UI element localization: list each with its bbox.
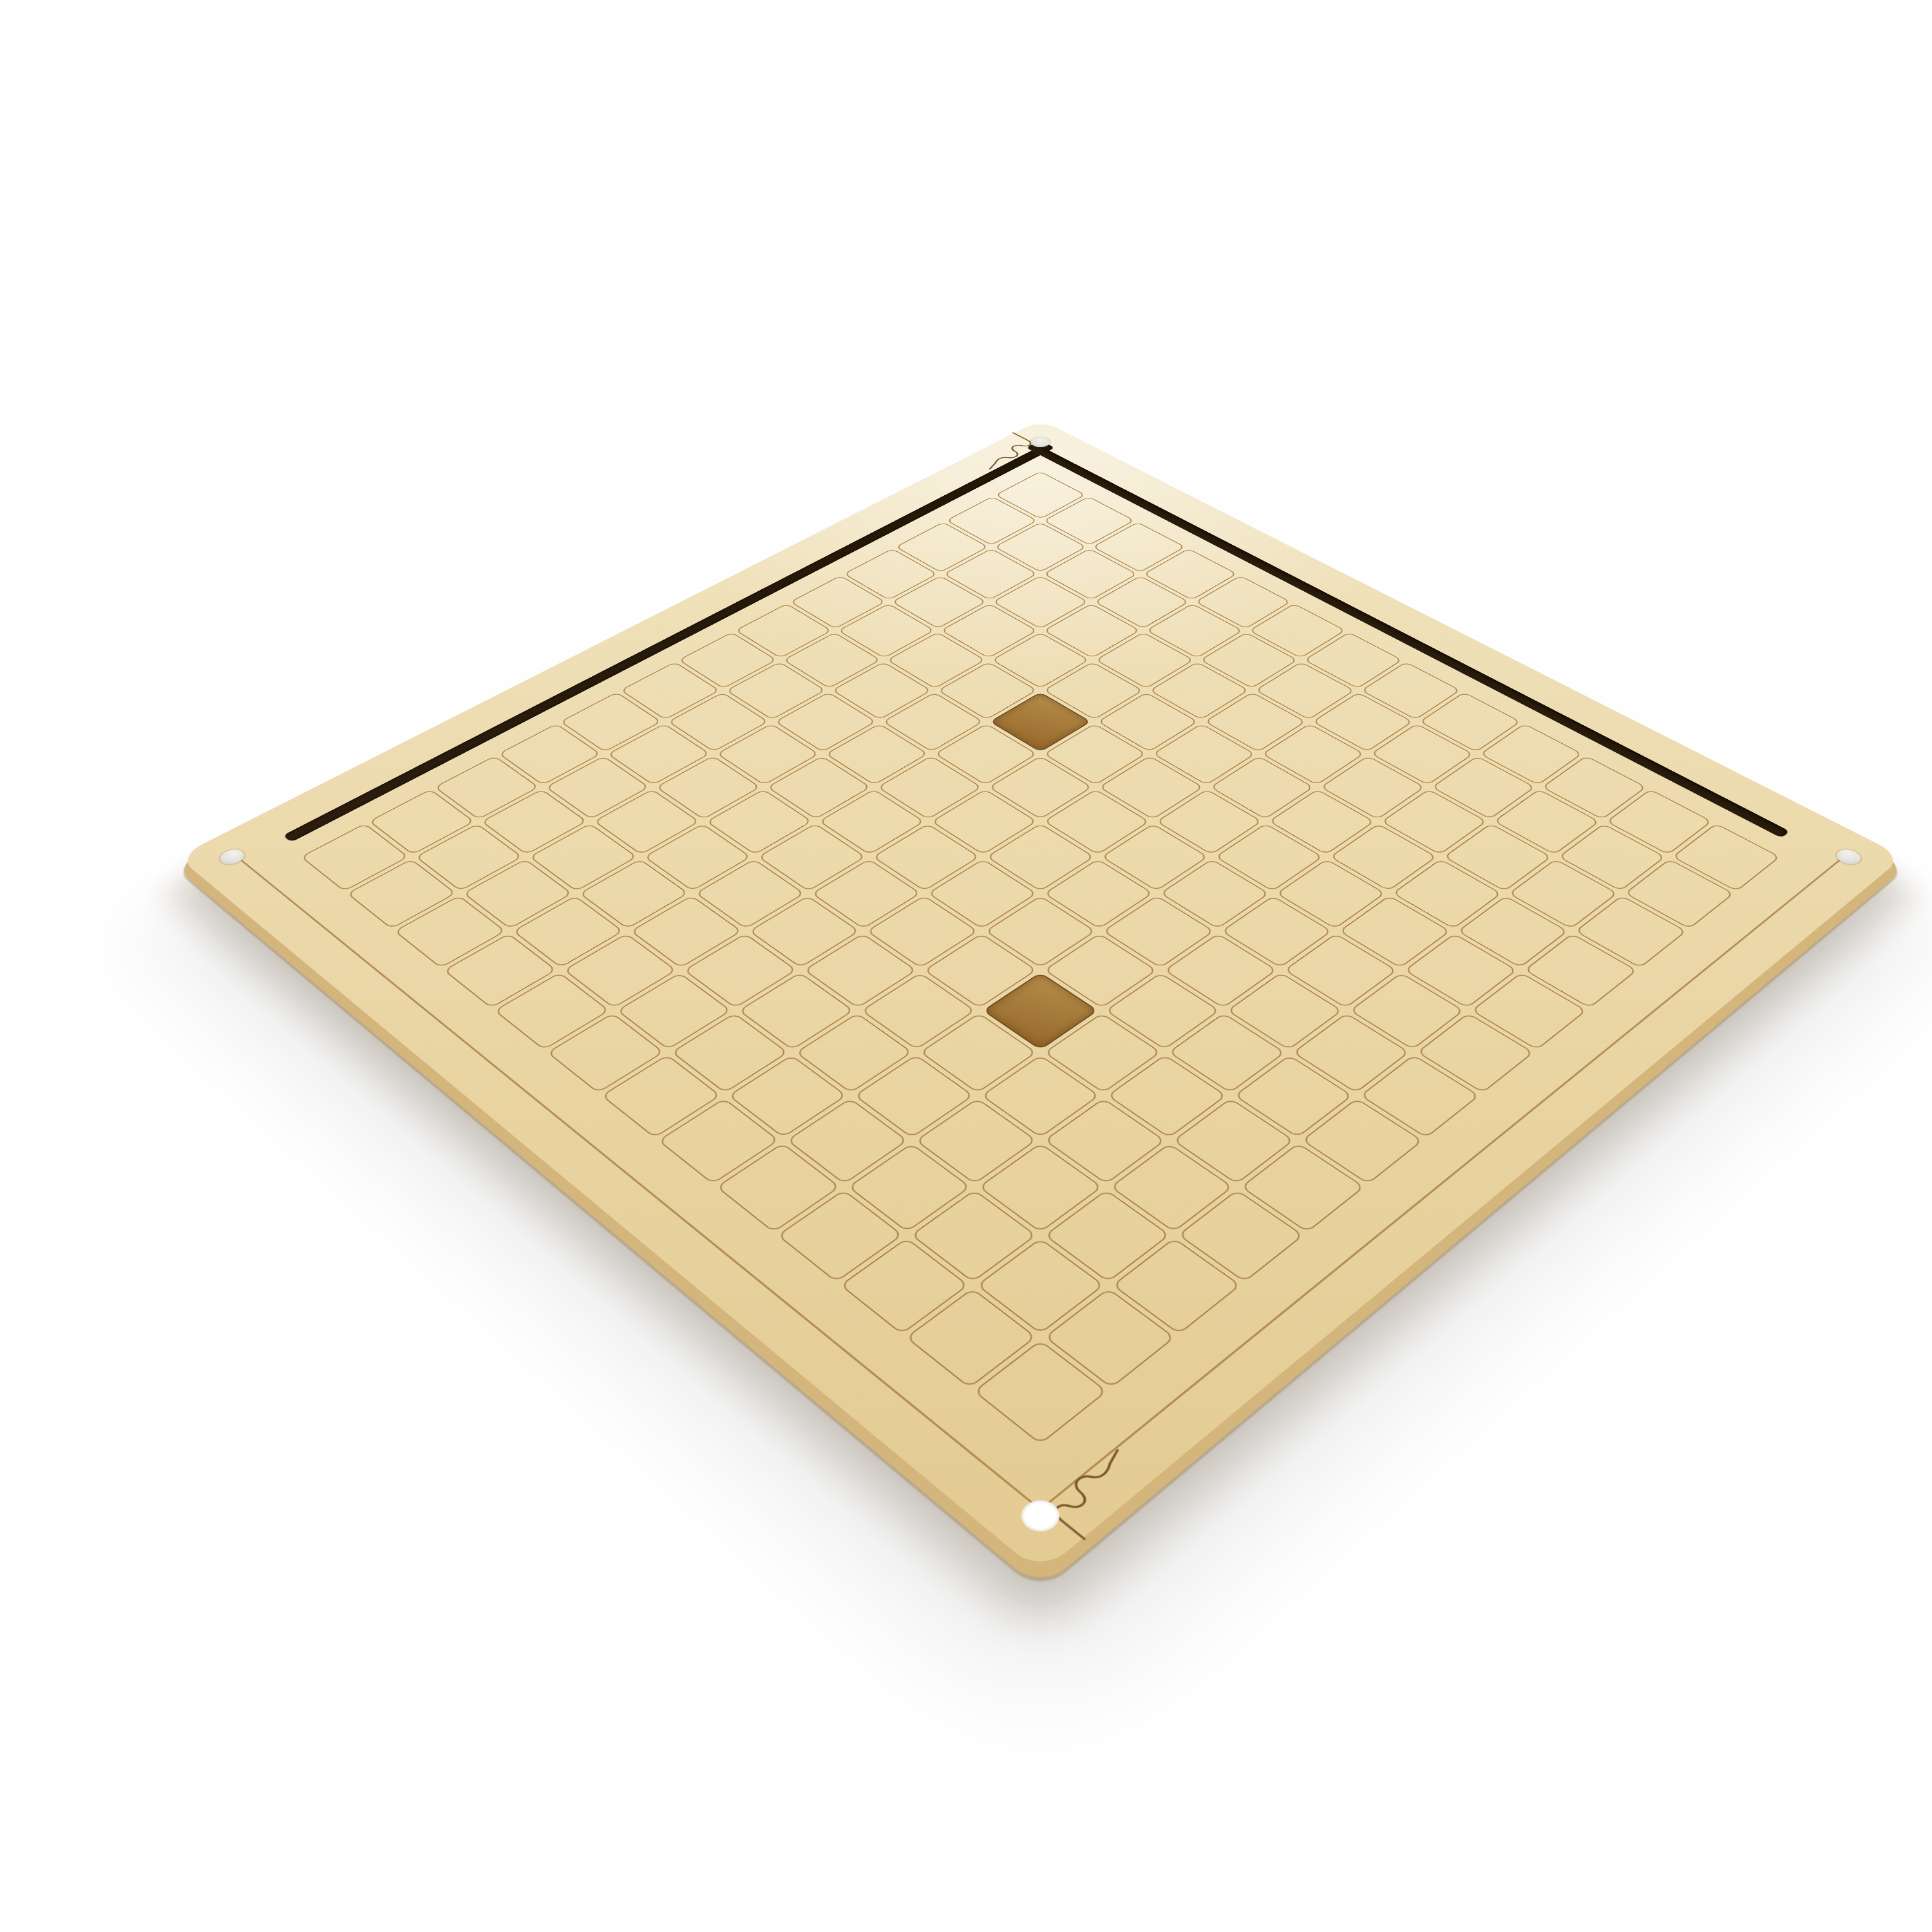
corner-magnet-left [216, 847, 249, 867]
photo-scene [0, 0, 1932, 1932]
corner-magnet-right [1832, 847, 1865, 867]
board-grid [300, 471, 1780, 1444]
game-board [178, 420, 1904, 1574]
